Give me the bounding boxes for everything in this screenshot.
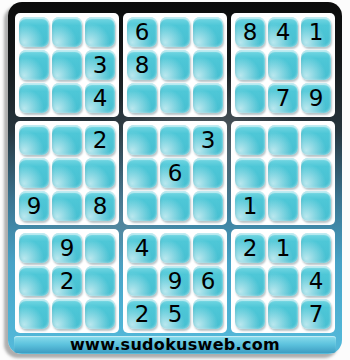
sudoku-box-3-1: 92 [15, 229, 119, 333]
sudoku-box-1-2: 68 [123, 13, 227, 117]
cell-r1c8[interactable]: 4 [268, 17, 298, 47]
cell-r2c7[interactable] [235, 50, 265, 80]
cell-r7c7[interactable]: 2 [235, 233, 265, 263]
cell-r7c2[interactable]: 9 [52, 233, 82, 263]
cell-r9c4[interactable]: 2 [127, 299, 157, 329]
cell-r8c6[interactable]: 6 [193, 266, 223, 296]
cell-r7c3[interactable] [85, 233, 115, 263]
cell-r2c5[interactable] [160, 50, 190, 80]
cell-r5c2[interactable] [52, 158, 82, 188]
cell-r5c8[interactable] [268, 158, 298, 188]
cell-r8c5[interactable]: 9 [160, 266, 190, 296]
cell-r9c2[interactable] [52, 299, 82, 329]
page-background: 34688417929836192496252147 www.sudokuswe… [0, 0, 350, 360]
cell-r5c5[interactable]: 6 [160, 158, 190, 188]
cell-r8c4[interactable] [127, 266, 157, 296]
cell-r9c9[interactable]: 7 [301, 299, 331, 329]
site-url-label: www.sudokusweb.com [70, 335, 280, 354]
cell-r4c5[interactable] [160, 125, 190, 155]
cell-r8c9[interactable]: 4 [301, 266, 331, 296]
cell-r1c4[interactable]: 6 [127, 17, 157, 47]
cell-r8c7[interactable] [235, 266, 265, 296]
cell-r1c9[interactable]: 1 [301, 17, 331, 47]
cell-r7c6[interactable] [193, 233, 223, 263]
cell-r4c7[interactable] [235, 125, 265, 155]
cell-r3c9[interactable]: 9 [301, 83, 331, 113]
cell-r1c6[interactable] [193, 17, 223, 47]
cell-r3c3[interactable]: 4 [85, 83, 115, 113]
cell-r2c9[interactable] [301, 50, 331, 80]
cell-r3c8[interactable]: 7 [268, 83, 298, 113]
cell-r8c3[interactable] [85, 266, 115, 296]
cell-r6c1[interactable]: 9 [19, 191, 49, 221]
cell-r9c6[interactable] [193, 299, 223, 329]
cell-r4c1[interactable] [19, 125, 49, 155]
cell-r3c7[interactable] [235, 83, 265, 113]
cell-r3c1[interactable] [19, 83, 49, 113]
sudoku-box-2-3: 1 [231, 121, 335, 225]
cell-r9c3[interactable] [85, 299, 115, 329]
cell-r8c8[interactable] [268, 266, 298, 296]
cell-r3c2[interactable] [52, 83, 82, 113]
cell-r2c4[interactable]: 8 [127, 50, 157, 80]
cell-r3c5[interactable] [160, 83, 190, 113]
cell-r2c2[interactable] [52, 50, 82, 80]
board-frame: 34688417929836192496252147 www.sudokuswe… [8, 2, 342, 354]
cell-r9c1[interactable] [19, 299, 49, 329]
cell-r1c5[interactable] [160, 17, 190, 47]
cell-r6c2[interactable] [52, 191, 82, 221]
sudoku-board: 34688417929836192496252147 [15, 13, 335, 333]
sudoku-box-3-2: 49625 [123, 229, 227, 333]
cell-r1c2[interactable] [52, 17, 82, 47]
cell-r2c3[interactable]: 3 [85, 50, 115, 80]
cell-r1c3[interactable] [85, 17, 115, 47]
cell-r5c6[interactable] [193, 158, 223, 188]
cell-r7c8[interactable]: 1 [268, 233, 298, 263]
cell-r8c1[interactable] [19, 266, 49, 296]
cell-r6c3[interactable]: 8 [85, 191, 115, 221]
sudoku-box-1-3: 84179 [231, 13, 335, 117]
cell-r4c8[interactable] [268, 125, 298, 155]
sudoku-box-2-1: 298 [15, 121, 119, 225]
cell-r6c5[interactable] [160, 191, 190, 221]
cell-r4c9[interactable] [301, 125, 331, 155]
cell-r5c1[interactable] [19, 158, 49, 188]
cell-r5c3[interactable] [85, 158, 115, 188]
cell-r5c7[interactable] [235, 158, 265, 188]
cell-r6c7[interactable]: 1 [235, 191, 265, 221]
cell-r4c4[interactable] [127, 125, 157, 155]
cell-r5c9[interactable] [301, 158, 331, 188]
cell-r7c5[interactable] [160, 233, 190, 263]
cell-r6c8[interactable] [268, 191, 298, 221]
cell-r2c8[interactable] [268, 50, 298, 80]
cell-r3c4[interactable] [127, 83, 157, 113]
cell-r3c6[interactable] [193, 83, 223, 113]
cell-r6c4[interactable] [127, 191, 157, 221]
footer-bar: www.sudokusweb.com [14, 336, 336, 353]
cell-r9c8[interactable] [268, 299, 298, 329]
cell-r1c7[interactable]: 8 [235, 17, 265, 47]
sudoku-box-3-3: 2147 [231, 229, 335, 333]
cell-r7c1[interactable] [19, 233, 49, 263]
cell-r6c9[interactable] [301, 191, 331, 221]
cell-r1c1[interactable] [19, 17, 49, 47]
cell-r6c6[interactable] [193, 191, 223, 221]
cell-r9c5[interactable]: 5 [160, 299, 190, 329]
cell-r7c4[interactable]: 4 [127, 233, 157, 263]
cell-r2c1[interactable] [19, 50, 49, 80]
cell-r4c6[interactable]: 3 [193, 125, 223, 155]
sudoku-box-1-1: 34 [15, 13, 119, 117]
cell-r5c4[interactable] [127, 158, 157, 188]
cell-r7c9[interactable] [301, 233, 331, 263]
cell-r8c2[interactable]: 2 [52, 266, 82, 296]
cell-r4c3[interactable]: 2 [85, 125, 115, 155]
sudoku-box-2-2: 36 [123, 121, 227, 225]
cell-r4c2[interactable] [52, 125, 82, 155]
cell-r9c7[interactable] [235, 299, 265, 329]
cell-r2c6[interactable] [193, 50, 223, 80]
